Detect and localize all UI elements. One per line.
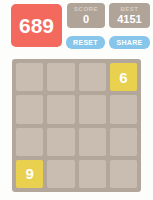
- best-value: 4151: [117, 14, 141, 25]
- tile-9: 9: [16, 160, 43, 188]
- empty-cell: [47, 63, 74, 91]
- empty-cell: [16, 63, 43, 91]
- score-box: SCORE 0: [67, 3, 105, 28]
- empty-cell: [47, 160, 74, 188]
- best-box: BEST 4151: [109, 3, 150, 28]
- empty-cell: [47, 95, 74, 123]
- empty-cell: [110, 160, 137, 188]
- empty-cell: [110, 95, 137, 123]
- empty-cell: [110, 128, 137, 156]
- share-button[interactable]: SHARE: [109, 36, 150, 49]
- reset-button[interactable]: RESET: [66, 36, 105, 49]
- game-board[interactable]: 69: [12, 59, 141, 192]
- tile-6: 6: [110, 63, 137, 91]
- empty-cell: [79, 160, 106, 188]
- empty-cell: [79, 63, 106, 91]
- empty-cell: [79, 128, 106, 156]
- empty-cell: [16, 128, 43, 156]
- best-label: BEST: [120, 6, 138, 12]
- score-label: SCORE: [74, 6, 98, 12]
- empty-cell: [47, 128, 74, 156]
- empty-cell: [16, 95, 43, 123]
- logo-tile: 689: [11, 4, 62, 47]
- score-value: 0: [83, 14, 89, 25]
- empty-cell: [79, 95, 106, 123]
